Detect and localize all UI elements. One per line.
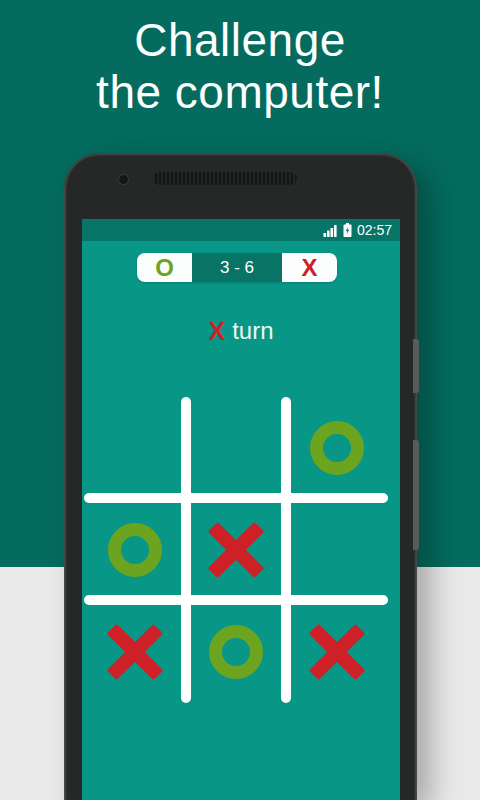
battery-charging-icon [343, 223, 352, 237]
turn-word: turn [232, 317, 273, 345]
board-cells [84, 397, 388, 703]
front-camera-dot [118, 174, 129, 185]
cell-r1c3[interactable] [287, 397, 388, 499]
page-title: Challenge the computer! [0, 14, 480, 118]
cell-r1c1[interactable] [84, 397, 185, 499]
title-line-2: the computer! [0, 66, 480, 118]
cell-r3c3[interactable] [287, 601, 388, 703]
phone-screen: 02:57 O 3 - 6 X X turn [82, 219, 400, 800]
power-button [413, 339, 419, 393]
x-piece [107, 624, 163, 680]
score-x-label: X [301, 254, 317, 282]
cell-r2c2[interactable] [185, 499, 286, 601]
score-value: 3 - 6 [192, 253, 282, 282]
speaker-grille [153, 172, 297, 185]
o-piece [108, 523, 162, 577]
x-piece [309, 624, 365, 680]
score-text: 3 - 6 [220, 258, 254, 278]
turn-indicator: X turn [82, 316, 400, 346]
title-line-1: Challenge [0, 14, 480, 66]
o-piece [310, 421, 364, 475]
scoreboard: O 3 - 6 X [137, 253, 337, 282]
cell-r2c3[interactable] [287, 499, 388, 601]
cell-r3c1[interactable] [84, 601, 185, 703]
score-o-badge: O [137, 253, 192, 282]
score-x-badge: X [282, 253, 337, 282]
cell-r3c2[interactable] [185, 601, 286, 703]
screenshot-canvas: Challenge the computer! [0, 0, 480, 800]
score-o-label: O [155, 254, 174, 282]
turn-player-letter: X [208, 317, 225, 346]
volume-rocker [413, 440, 419, 550]
signal-icon [323, 224, 338, 237]
status-bar: 02:57 [82, 219, 400, 241]
cell-r2c1[interactable] [84, 499, 185, 601]
o-piece [209, 625, 263, 679]
status-time: 02:57 [357, 223, 392, 237]
cell-r1c2[interactable] [185, 397, 286, 499]
x-piece [208, 522, 264, 578]
